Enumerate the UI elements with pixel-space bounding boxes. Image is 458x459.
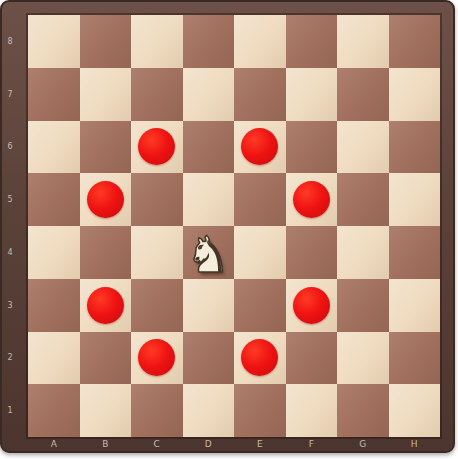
rank-label-1: 1 xyxy=(0,384,28,437)
square-c3[interactable] xyxy=(131,279,183,332)
file-label-g: G xyxy=(337,437,389,451)
square-c5[interactable] xyxy=(131,173,183,226)
rank-label-4: 4 xyxy=(0,226,28,279)
square-g2[interactable] xyxy=(337,332,389,385)
square-c1[interactable] xyxy=(131,384,183,437)
square-f1[interactable] xyxy=(286,384,338,437)
file-label-a: A xyxy=(28,437,80,451)
square-a8[interactable] xyxy=(28,15,80,68)
square-a4[interactable] xyxy=(28,226,80,279)
square-h5[interactable] xyxy=(389,173,441,226)
square-g7[interactable] xyxy=(337,68,389,121)
square-c4[interactable] xyxy=(131,226,183,279)
square-h7[interactable] xyxy=(389,68,441,121)
square-d2[interactable] xyxy=(183,332,235,385)
square-f3[interactable] xyxy=(286,279,338,332)
square-g1[interactable] xyxy=(337,384,389,437)
square-g5[interactable] xyxy=(337,173,389,226)
move-marker-e2[interactable] xyxy=(241,339,278,376)
square-h3[interactable] xyxy=(389,279,441,332)
square-a2[interactable] xyxy=(28,332,80,385)
square-b1[interactable] xyxy=(80,384,132,437)
square-b2[interactable] xyxy=(80,332,132,385)
square-e7[interactable] xyxy=(234,68,286,121)
white-knight[interactable]: ♞ xyxy=(186,230,231,280)
rank-label-2: 2 xyxy=(0,332,28,385)
square-g6[interactable] xyxy=(337,121,389,174)
square-h1[interactable] xyxy=(389,384,441,437)
square-e6[interactable] xyxy=(234,121,286,174)
chess-training-screen: 87654321 ♞ ABCDEFGH xyxy=(0,0,458,459)
file-labels: ABCDEFGH xyxy=(28,437,440,451)
move-marker-e6[interactable] xyxy=(241,128,278,165)
square-f8[interactable] xyxy=(286,15,338,68)
square-h2[interactable] xyxy=(389,332,441,385)
square-b6[interactable] xyxy=(80,121,132,174)
square-b7[interactable] xyxy=(80,68,132,121)
square-d1[interactable] xyxy=(183,384,235,437)
square-f6[interactable] xyxy=(286,121,338,174)
square-e3[interactable] xyxy=(234,279,286,332)
move-marker-f5[interactable] xyxy=(293,181,330,218)
move-marker-c6[interactable] xyxy=(138,128,175,165)
square-b4[interactable] xyxy=(80,226,132,279)
file-label-d: D xyxy=(183,437,235,451)
square-d7[interactable] xyxy=(183,68,235,121)
square-c6[interactable] xyxy=(131,121,183,174)
file-label-b: B xyxy=(80,437,132,451)
square-d4[interactable]: ♞ xyxy=(183,226,235,279)
square-f4[interactable] xyxy=(286,226,338,279)
move-marker-f3[interactable] xyxy=(293,287,330,324)
square-e8[interactable] xyxy=(234,15,286,68)
square-e4[interactable] xyxy=(234,226,286,279)
square-g3[interactable] xyxy=(337,279,389,332)
move-marker-c2[interactable] xyxy=(138,339,175,376)
rank-labels: 87654321 xyxy=(0,15,28,437)
rank-label-8: 8 xyxy=(0,15,28,68)
file-label-h: H xyxy=(389,437,441,451)
chess-board: ♞ xyxy=(28,15,440,437)
square-b8[interactable] xyxy=(80,15,132,68)
square-c2[interactable] xyxy=(131,332,183,385)
rank-label-6: 6 xyxy=(0,121,28,174)
square-e1[interactable] xyxy=(234,384,286,437)
square-a6[interactable] xyxy=(28,121,80,174)
square-h8[interactable] xyxy=(389,15,441,68)
square-f7[interactable] xyxy=(286,68,338,121)
move-marker-b5[interactable] xyxy=(87,181,124,218)
square-a5[interactable] xyxy=(28,173,80,226)
square-d6[interactable] xyxy=(183,121,235,174)
square-f5[interactable] xyxy=(286,173,338,226)
rank-label-5: 5 xyxy=(0,173,28,226)
square-a3[interactable] xyxy=(28,279,80,332)
square-g4[interactable] xyxy=(337,226,389,279)
file-label-c: C xyxy=(131,437,183,451)
square-c7[interactable] xyxy=(131,68,183,121)
square-c8[interactable] xyxy=(131,15,183,68)
rank-label-3: 3 xyxy=(0,279,28,332)
file-label-e: E xyxy=(234,437,286,451)
square-d5[interactable] xyxy=(183,173,235,226)
square-d3[interactable] xyxy=(183,279,235,332)
square-h6[interactable] xyxy=(389,121,441,174)
square-g8[interactable] xyxy=(337,15,389,68)
square-e2[interactable] xyxy=(234,332,286,385)
square-b3[interactable] xyxy=(80,279,132,332)
square-f2[interactable] xyxy=(286,332,338,385)
move-marker-b3[interactable] xyxy=(87,287,124,324)
square-d8[interactable] xyxy=(183,15,235,68)
square-e5[interactable] xyxy=(234,173,286,226)
square-h4[interactable] xyxy=(389,226,441,279)
square-a7[interactable] xyxy=(28,68,80,121)
file-label-f: F xyxy=(286,437,338,451)
square-a1[interactable] xyxy=(28,384,80,437)
square-b5[interactable] xyxy=(80,173,132,226)
rank-label-7: 7 xyxy=(0,68,28,121)
